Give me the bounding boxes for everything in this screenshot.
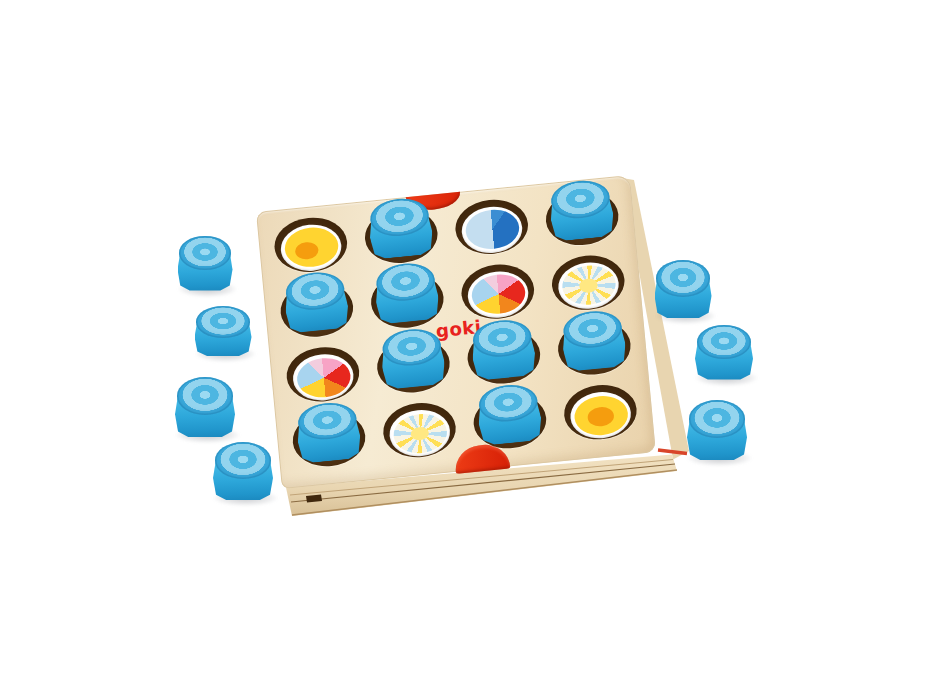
cell-r1c3: [443, 190, 540, 264]
blue-cap[interactable]: [655, 260, 712, 318]
tile-art-dotB: [572, 394, 629, 438]
blue-cap[interactable]: [469, 317, 537, 381]
pinwheel-center: [579, 278, 598, 293]
cell-r4c4: [552, 376, 649, 450]
cap-top: [179, 236, 231, 271]
loose-cap[interactable]: [695, 325, 753, 380]
loose-cap[interactable]: [213, 442, 273, 500]
blue-cap[interactable]: [294, 400, 362, 464]
tile-art-dotA: [283, 225, 340, 269]
tile-art-wheel: [295, 355, 352, 399]
board-grid: [262, 181, 648, 477]
cap-top: [196, 306, 250, 338]
blue-cap[interactable]: [175, 377, 235, 437]
cap-top: [697, 325, 752, 360]
blue-cap[interactable]: [178, 236, 233, 291]
tile-art-pinwheel: [560, 263, 617, 307]
blue-cap[interactable]: [282, 270, 350, 334]
blue-cap[interactable]: [379, 326, 447, 390]
loose-cap[interactable]: [655, 260, 712, 318]
photo-stage: goki: [0, 0, 928, 686]
tile-art-bluepie: [463, 207, 520, 251]
tile-art-wheel: [470, 272, 527, 316]
cap-top: [689, 400, 745, 438]
blue-cap[interactable]: [373, 261, 441, 325]
cell-r4c1: [281, 402, 378, 476]
loose-cap[interactable]: [175, 377, 235, 437]
loose-cap[interactable]: [687, 400, 747, 460]
cell-r3c2: [365, 329, 462, 403]
loose-cap[interactable]: [178, 236, 233, 291]
loose-cap[interactable]: [195, 306, 252, 356]
tile-art-pinwheel: [391, 411, 448, 455]
tray-slot-notch: [306, 495, 322, 503]
orange-dot: [295, 241, 320, 260]
blue-cap[interactable]: [548, 178, 616, 242]
blue-cap[interactable]: [687, 400, 747, 460]
blue-cap[interactable]: [367, 196, 435, 260]
cell-r4c2: [371, 394, 468, 468]
cap-top: [215, 442, 271, 479]
orange-dot: [587, 406, 614, 427]
cell-r1c4: [534, 181, 631, 255]
cap-top: [177, 377, 233, 415]
blue-cap[interactable]: [560, 308, 628, 372]
blue-cap[interactable]: [695, 325, 753, 380]
cell-r4c3: [462, 385, 559, 459]
blue-cap[interactable]: [213, 442, 273, 500]
cap-top: [656, 260, 710, 297]
tray-red-right-edge: [658, 450, 687, 454]
cell-r3c4: [546, 311, 643, 385]
pinwheel-center: [410, 426, 429, 441]
blue-cap[interactable]: [195, 306, 252, 356]
memory-board: goki: [256, 175, 656, 489]
cell-r2c1: [269, 272, 366, 346]
blue-cap[interactable]: [475, 382, 543, 446]
